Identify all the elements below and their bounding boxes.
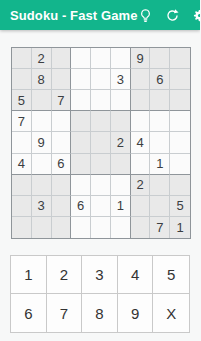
cell-r2c1[interactable] — [12, 69, 32, 90]
cell-r3c8[interactable] — [150, 90, 170, 111]
cell-r3c5[interactable] — [91, 90, 111, 111]
numpad-button-9[interactable]: 9 — [118, 294, 154, 332]
page-title: Sudoku - Fast Game — [10, 8, 138, 23]
cell-r4c2[interactable] — [32, 111, 52, 132]
cell-r5c5[interactable] — [91, 132, 111, 153]
cell-r9c4[interactable] — [71, 217, 91, 238]
cell-r6c7[interactable] — [131, 154, 151, 175]
cell-r7c2[interactable] — [32, 175, 52, 196]
cell-r8c6[interactable]: 1 — [111, 196, 131, 217]
cell-r6c1[interactable]: 4 — [12, 154, 32, 175]
numpad-button-5[interactable]: 5 — [153, 256, 189, 294]
cell-r4c5[interactable] — [91, 111, 111, 132]
cell-r5c6[interactable]: 2 — [111, 132, 131, 153]
cell-r8c4[interactable]: 6 — [71, 196, 91, 217]
cell-r8c7[interactable] — [131, 196, 151, 217]
cell-r1c7[interactable]: 9 — [131, 48, 151, 69]
cell-r2c6[interactable]: 3 — [111, 69, 131, 90]
cell-r5c7[interactable]: 4 — [131, 132, 151, 153]
cell-r1c3[interactable] — [52, 48, 72, 69]
cell-r6c2[interactable] — [32, 154, 52, 175]
cell-r1c8[interactable] — [150, 48, 170, 69]
cell-r3c9[interactable] — [170, 90, 190, 111]
numpad-button-4[interactable]: 4 — [118, 256, 154, 294]
cell-r3c3[interactable]: 7 — [52, 90, 72, 111]
cell-r6c5[interactable] — [91, 154, 111, 175]
cell-r7c6[interactable] — [111, 175, 131, 196]
cell-r1c4[interactable] — [71, 48, 91, 69]
cell-r3c4[interactable] — [71, 90, 91, 111]
cell-r1c1[interactable] — [12, 48, 32, 69]
cell-r4c8[interactable] — [150, 111, 170, 132]
cell-r7c7[interactable]: 2 — [131, 175, 151, 196]
cell-r6c3[interactable]: 6 — [52, 154, 72, 175]
cell-r1c9[interactable] — [170, 48, 190, 69]
numpad-button-1[interactable]: 1 — [11, 256, 47, 294]
numpad-button-2[interactable]: 2 — [47, 256, 83, 294]
cell-r7c5[interactable] — [91, 175, 111, 196]
cell-r1c2[interactable]: 2 — [32, 48, 52, 69]
numpad-button-3[interactable]: 3 — [82, 256, 118, 294]
cell-r2c8[interactable]: 6 — [150, 69, 170, 90]
cell-r3c6[interactable] — [111, 90, 131, 111]
cell-r3c1[interactable]: 5 — [12, 90, 32, 111]
cell-r1c5[interactable] — [91, 48, 111, 69]
numpad-button-8[interactable]: 8 — [82, 294, 118, 332]
cell-r7c3[interactable] — [52, 175, 72, 196]
cell-r5c8[interactable] — [150, 132, 170, 153]
cell-r6c4[interactable] — [71, 154, 91, 175]
cell-r9c1[interactable] — [12, 217, 32, 238]
cell-r4c4[interactable] — [71, 111, 91, 132]
cell-r9c6[interactable] — [111, 217, 131, 238]
cell-r8c9[interactable]: 5 — [170, 196, 190, 217]
cell-r5c4[interactable] — [71, 132, 91, 153]
cell-r5c2[interactable]: 9 — [32, 132, 52, 153]
cell-r5c3[interactable] — [52, 132, 72, 153]
sudoku-board: 298365779244612361571 — [11, 47, 191, 239]
cell-r3c7[interactable] — [131, 90, 151, 111]
cell-r1c6[interactable] — [111, 48, 131, 69]
numpad: 123456789X — [10, 255, 190, 333]
numpad-button-6[interactable]: 6 — [11, 294, 47, 332]
cell-r8c5[interactable] — [91, 196, 111, 217]
cell-r8c3[interactable] — [52, 196, 72, 217]
cell-r9c8[interactable]: 7 — [150, 217, 170, 238]
cell-r2c5[interactable] — [91, 69, 111, 90]
cell-r4c7[interactable] — [131, 111, 151, 132]
cell-r7c4[interactable] — [71, 175, 91, 196]
cell-r8c8[interactable] — [150, 196, 170, 217]
cell-r7c9[interactable] — [170, 175, 190, 196]
cell-r2c7[interactable] — [131, 69, 151, 90]
sudoku-app: Sudoku - Fast Game — [0, 0, 200, 341]
cell-r8c1[interactable] — [12, 196, 32, 217]
cell-r3c2[interactable] — [32, 90, 52, 111]
hint-lightbulb-icon[interactable] — [138, 8, 153, 23]
cell-r4c9[interactable] — [170, 111, 190, 132]
settings-gear-icon[interactable] — [192, 8, 201, 23]
cell-r4c3[interactable] — [52, 111, 72, 132]
cell-r5c9[interactable] — [170, 132, 190, 153]
cell-r4c6[interactable] — [111, 111, 131, 132]
cell-r5c1[interactable] — [12, 132, 32, 153]
cell-r8c2[interactable]: 3 — [32, 196, 52, 217]
header-icon-group — [138, 8, 201, 23]
cell-r4c1[interactable]: 7 — [12, 111, 32, 132]
cell-r9c7[interactable] — [131, 217, 151, 238]
app-header: Sudoku - Fast Game — [0, 0, 200, 30]
cell-r6c6[interactable] — [111, 154, 131, 175]
cell-r7c1[interactable] — [12, 175, 32, 196]
cell-r9c9[interactable]: 1 — [170, 217, 190, 238]
cell-r2c3[interactable] — [52, 69, 72, 90]
cell-r9c5[interactable] — [91, 217, 111, 238]
restart-refresh-icon[interactable] — [165, 8, 180, 23]
cell-r2c4[interactable] — [71, 69, 91, 90]
cell-r6c8[interactable]: 1 — [150, 154, 170, 175]
cell-r2c9[interactable] — [170, 69, 190, 90]
cell-r9c3[interactable] — [52, 217, 72, 238]
cell-r2c2[interactable]: 8 — [32, 69, 52, 90]
cell-r6c9[interactable] — [170, 154, 190, 175]
cell-r9c2[interactable] — [32, 217, 52, 238]
numpad-button-clear[interactable]: X — [153, 294, 189, 332]
numpad-button-7[interactable]: 7 — [47, 294, 83, 332]
cell-r7c8[interactable] — [150, 175, 170, 196]
